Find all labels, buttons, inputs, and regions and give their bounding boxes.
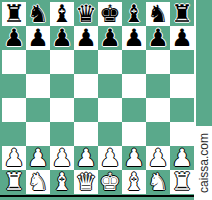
square-d7[interactable]: ♟ <box>74 26 98 50</box>
black-knight-icon[interactable]: ♞ <box>27 2 49 26</box>
square-c4[interactable] <box>50 98 74 122</box>
square-e1[interactable]: ♚ <box>98 170 122 194</box>
square-e6[interactable] <box>98 50 122 74</box>
square-f3[interactable] <box>122 122 146 146</box>
square-e7[interactable]: ♟ <box>98 26 122 50</box>
square-a6[interactable] <box>2 50 26 74</box>
branding-strip: caissa.com <box>196 126 212 200</box>
square-g4[interactable] <box>146 98 170 122</box>
black-pawn-icon[interactable]: ♟ <box>27 26 49 50</box>
square-d6[interactable] <box>74 50 98 74</box>
white-pawn-icon[interactable]: ♟ <box>75 146 97 170</box>
square-d2[interactable]: ♟ <box>74 146 98 170</box>
square-c8[interactable]: ♝ <box>50 2 74 26</box>
white-knight-icon[interactable]: ♞ <box>27 170 49 194</box>
square-d1[interactable]: ♛ <box>74 170 98 194</box>
square-h1[interactable]: ♜ <box>170 170 194 194</box>
square-e3[interactable] <box>98 122 122 146</box>
square-g1[interactable]: ♞ <box>146 170 170 194</box>
square-d8[interactable]: ♛ <box>74 2 98 26</box>
black-rook-icon[interactable]: ♜ <box>3 2 25 26</box>
square-f1[interactable]: ♝ <box>122 170 146 194</box>
square-g2[interactable]: ♟ <box>146 146 170 170</box>
square-b7[interactable]: ♟ <box>26 26 50 50</box>
square-f5[interactable] <box>122 74 146 98</box>
square-a8[interactable]: ♜ <box>2 2 26 26</box>
square-c5[interactable] <box>50 74 74 98</box>
square-h2[interactable]: ♟ <box>170 146 194 170</box>
black-king-icon[interactable]: ♚ <box>99 2 121 26</box>
black-bishop-icon[interactable]: ♝ <box>123 2 145 26</box>
square-c1[interactable]: ♝ <box>50 170 74 194</box>
white-bishop-icon[interactable]: ♝ <box>123 170 145 194</box>
square-h4[interactable] <box>170 98 194 122</box>
black-bishop-icon[interactable]: ♝ <box>51 2 73 26</box>
branding-label: caissa.com <box>197 133 211 193</box>
black-rook-icon[interactable]: ♜ <box>171 2 193 26</box>
white-knight-icon[interactable]: ♞ <box>147 170 169 194</box>
square-h3[interactable] <box>170 122 194 146</box>
white-rook-icon[interactable]: ♜ <box>3 170 25 194</box>
black-knight-icon[interactable]: ♞ <box>147 2 169 26</box>
square-g6[interactable] <box>146 50 170 74</box>
square-e4[interactable] <box>98 98 122 122</box>
square-h5[interactable] <box>170 74 194 98</box>
square-d5[interactable] <box>74 74 98 98</box>
square-h6[interactable] <box>170 50 194 74</box>
square-c3[interactable] <box>50 122 74 146</box>
square-a3[interactable] <box>2 122 26 146</box>
square-b8[interactable]: ♞ <box>26 2 50 26</box>
white-pawn-icon[interactable]: ♟ <box>123 146 145 170</box>
square-c7[interactable]: ♟ <box>50 26 74 50</box>
square-g8[interactable]: ♞ <box>146 2 170 26</box>
square-a1[interactable]: ♜ <box>2 170 26 194</box>
square-h7[interactable]: ♟ <box>170 26 194 50</box>
square-b2[interactable]: ♟ <box>26 146 50 170</box>
black-pawn-icon[interactable]: ♟ <box>75 26 97 50</box>
square-b4[interactable] <box>26 98 50 122</box>
white-queen-icon[interactable]: ♛ <box>75 170 97 194</box>
square-a7[interactable]: ♟ <box>2 26 26 50</box>
square-a2[interactable]: ♟ <box>2 146 26 170</box>
square-g3[interactable] <box>146 122 170 146</box>
white-pawn-icon[interactable]: ♟ <box>99 146 121 170</box>
board-bottom-border <box>0 195 196 197</box>
black-pawn-icon[interactable]: ♟ <box>99 26 121 50</box>
square-b6[interactable] <box>26 50 50 74</box>
square-f7[interactable]: ♟ <box>122 26 146 50</box>
chess-board: ♜♞♝♛♚♝♞♜♟♟♟♟♟♟♟♟♟♟♟♟♟♟♟♟♜♞♝♛♚♝♞♜ <box>2 2 194 194</box>
square-f4[interactable] <box>122 98 146 122</box>
white-rook-icon[interactable]: ♜ <box>171 170 193 194</box>
white-bishop-icon[interactable]: ♝ <box>51 170 73 194</box>
square-f8[interactable]: ♝ <box>122 2 146 26</box>
square-h8[interactable]: ♜ <box>170 2 194 26</box>
white-pawn-icon[interactable]: ♟ <box>51 146 73 170</box>
square-e5[interactable] <box>98 74 122 98</box>
white-pawn-icon[interactable]: ♟ <box>3 146 25 170</box>
black-pawn-icon[interactable]: ♟ <box>123 26 145 50</box>
square-d4[interactable] <box>74 98 98 122</box>
chess-diagram: ♜♞♝♛♚♝♞♜♟♟♟♟♟♟♟♟♟♟♟♟♟♟♟♟♜♞♝♛♚♝♞♜ caissa.… <box>0 0 212 200</box>
square-c2[interactable]: ♟ <box>50 146 74 170</box>
square-a5[interactable] <box>2 74 26 98</box>
square-d3[interactable] <box>74 122 98 146</box>
square-f6[interactable] <box>122 50 146 74</box>
black-pawn-icon[interactable]: ♟ <box>147 26 169 50</box>
square-e2[interactable]: ♟ <box>98 146 122 170</box>
square-b5[interactable] <box>26 74 50 98</box>
square-g7[interactable]: ♟ <box>146 26 170 50</box>
square-g5[interactable] <box>146 74 170 98</box>
black-queen-icon[interactable]: ♛ <box>75 2 97 26</box>
square-a4[interactable] <box>2 98 26 122</box>
black-pawn-icon[interactable]: ♟ <box>171 26 193 50</box>
white-pawn-icon[interactable]: ♟ <box>147 146 169 170</box>
white-king-icon[interactable]: ♚ <box>99 170 121 194</box>
square-b1[interactable]: ♞ <box>26 170 50 194</box>
square-f2[interactable]: ♟ <box>122 146 146 170</box>
square-b3[interactable] <box>26 122 50 146</box>
white-pawn-icon[interactable]: ♟ <box>171 146 193 170</box>
black-pawn-icon[interactable]: ♟ <box>51 26 73 50</box>
square-c6[interactable] <box>50 50 74 74</box>
white-pawn-icon[interactable]: ♟ <box>27 146 49 170</box>
black-pawn-icon[interactable]: ♟ <box>3 26 25 50</box>
square-e8[interactable]: ♚ <box>98 2 122 26</box>
